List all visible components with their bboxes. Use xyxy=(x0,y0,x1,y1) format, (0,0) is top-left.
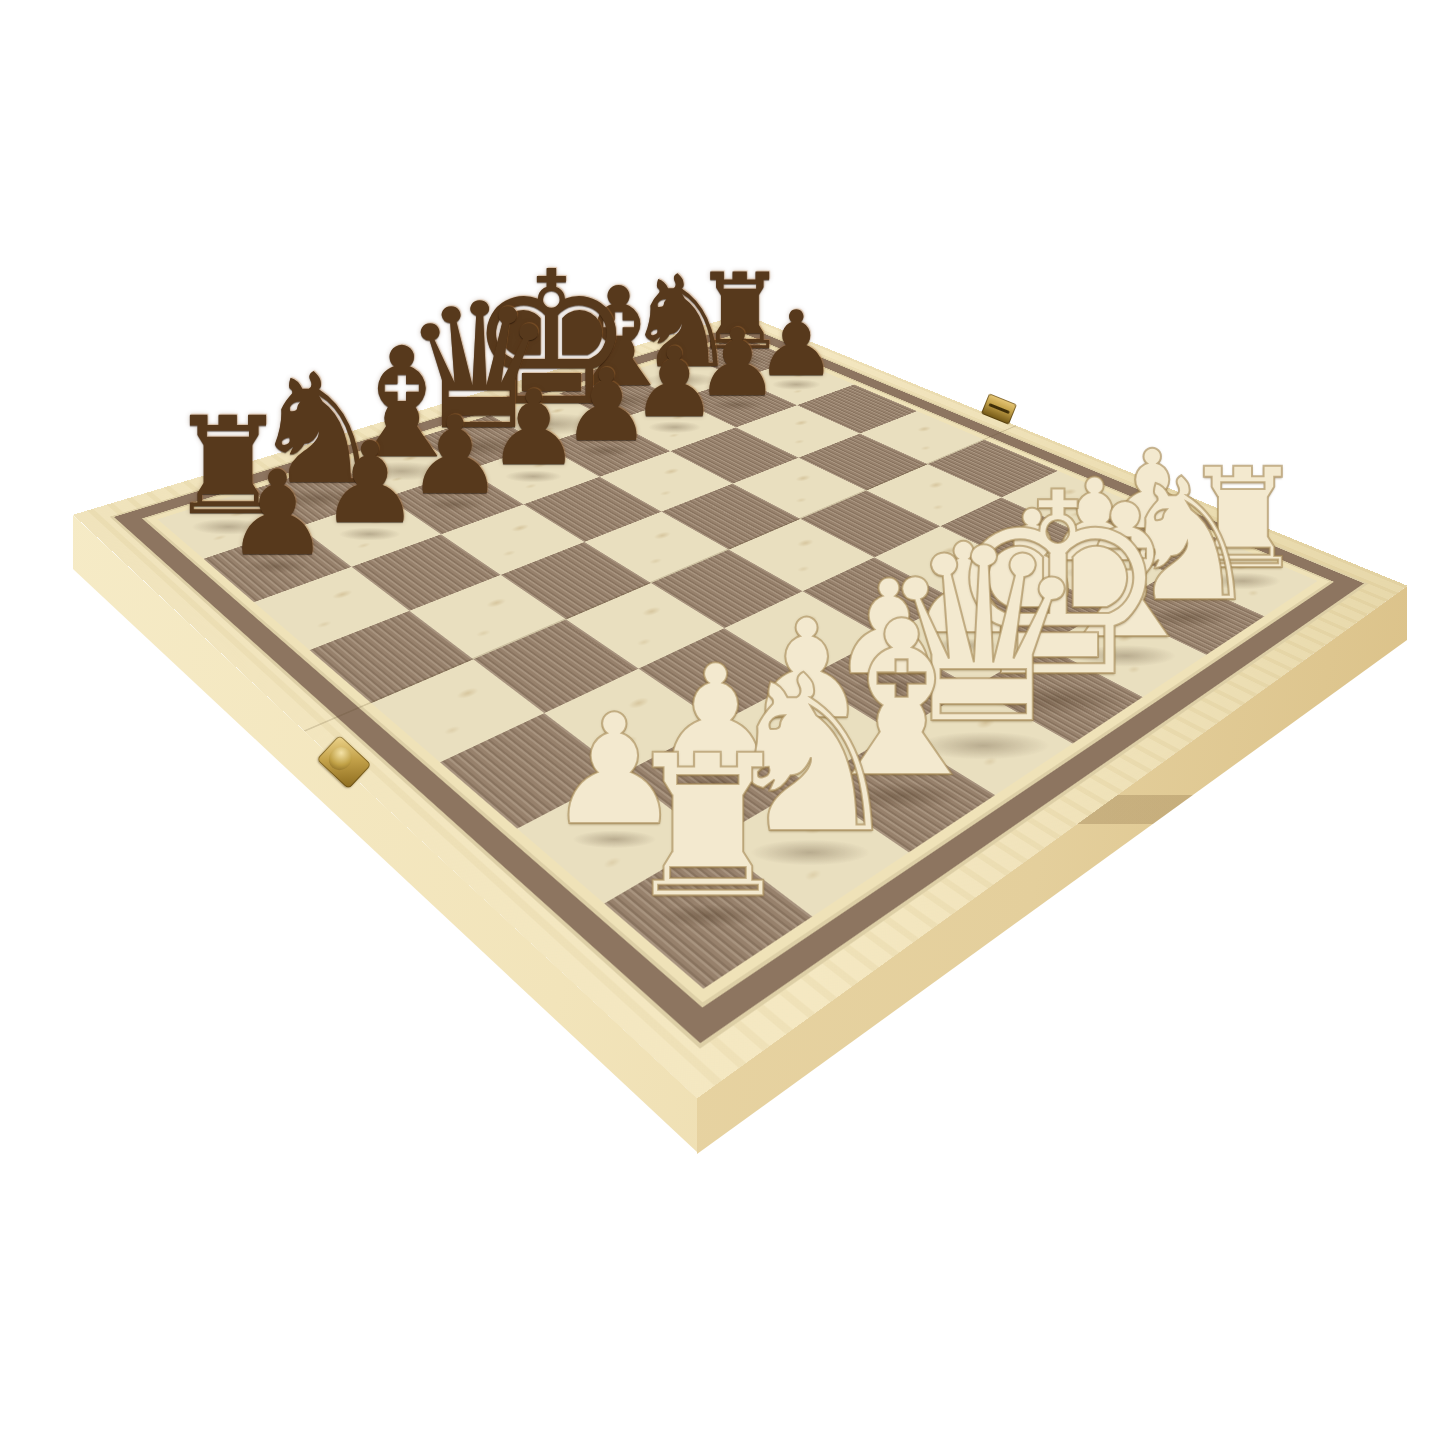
piece-black-pawn-b7[interactable]: ♟ xyxy=(319,427,420,539)
pawn-glyph: ♟ xyxy=(319,427,420,539)
product-photo: ♜♞♟♝♟♚♟♛♟♝♟♞♟♜♟♟♟♟♜♟♞♟♝♟♚♟♛♟♝♟♞♜ xyxy=(0,0,1445,1445)
piece-white-rook-a1[interactable]: ♜ xyxy=(620,729,796,925)
piece-black-pawn-c7[interactable]: ♟ xyxy=(406,401,503,509)
rook-glyph: ♜ xyxy=(620,729,796,925)
piece-black-pawn-a7[interactable]: ♟ xyxy=(225,455,330,572)
pawn-glyph: ♟ xyxy=(225,455,330,572)
pawn-glyph: ♟ xyxy=(406,401,503,509)
